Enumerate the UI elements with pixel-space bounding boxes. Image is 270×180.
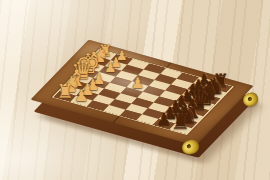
piece-white-rook-a1[interactable]: ♜	[56, 81, 73, 100]
piece-black-rook-a8[interactable]: ♜	[171, 111, 191, 133]
piece-white-pawn-f2[interactable]: ♟	[104, 61, 116, 75]
piece-black-pawn-a7[interactable]: ♟	[156, 111, 171, 128]
piece-white-pawn-e4[interactable]: ♟	[131, 75, 144, 90]
chess-set-photo: ♜♞♝♛♚♝♞♜♟♟♟♟♟♟♟♟♟♟♟♟♟♟♟♟♜♞♝♛♚♝♞♜	[0, 0, 270, 180]
piece-white-pawn-a2[interactable]: ♟	[75, 89, 89, 105]
